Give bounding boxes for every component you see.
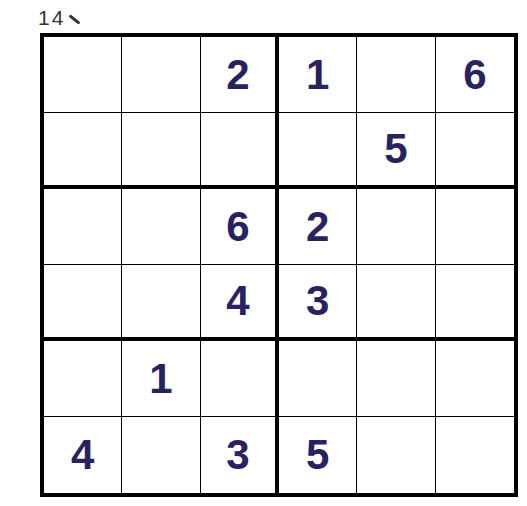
cell-r4c2[interactable] — [122, 265, 200, 341]
cell-r2c3[interactable] — [201, 113, 279, 189]
cell-r1c6[interactable]: 6 — [436, 37, 514, 113]
cell-r3c6[interactable] — [436, 189, 514, 265]
sudoku-board: 216562431435 — [40, 33, 518, 497]
cell-r4c3[interactable]: 4 — [201, 265, 279, 341]
cell-r6c5[interactable] — [357, 417, 435, 493]
cell-r4c5[interactable] — [357, 265, 435, 341]
given-number: 5 — [306, 434, 329, 476]
given-number: 3 — [226, 434, 249, 476]
cell-r6c2[interactable] — [122, 417, 200, 493]
cell-r5c1[interactable] — [44, 341, 122, 417]
cell-r6c4[interactable]: 5 — [279, 417, 357, 493]
cell-r1c4[interactable]: 1 — [279, 37, 357, 113]
cell-r1c1[interactable] — [44, 37, 122, 113]
cell-r5c5[interactable] — [357, 341, 435, 417]
puzzle-number-label: 14 — [38, 5, 81, 31]
cell-r4c4[interactable]: 3 — [279, 265, 357, 341]
puzzle-number-text: 14 — [38, 6, 65, 30]
cell-r2c6[interactable] — [436, 113, 514, 189]
cell-r6c6[interactable] — [436, 417, 514, 493]
cell-r5c4[interactable] — [279, 341, 357, 417]
cell-r3c4[interactable]: 2 — [279, 189, 357, 265]
given-number: 3 — [306, 280, 329, 322]
puzzle-page: 14 216562431435 — [0, 0, 527, 506]
cell-r1c5[interactable] — [357, 37, 435, 113]
given-number: 4 — [226, 280, 249, 322]
cell-r2c4[interactable] — [279, 113, 357, 189]
cell-r5c3[interactable] — [201, 341, 279, 417]
cell-r5c2[interactable]: 1 — [122, 341, 200, 417]
cell-r4c1[interactable] — [44, 265, 122, 341]
cell-r1c3[interactable]: 2 — [201, 37, 279, 113]
ideographic-comma-mark — [69, 14, 81, 24]
cell-r6c3[interactable]: 3 — [201, 417, 279, 493]
cell-r6c1[interactable]: 4 — [44, 417, 122, 493]
given-number: 1 — [149, 358, 172, 400]
given-number: 6 — [463, 54, 486, 96]
given-number: 2 — [226, 54, 249, 96]
cell-r5c6[interactable] — [436, 341, 514, 417]
given-number: 2 — [306, 206, 329, 248]
given-number: 4 — [71, 434, 94, 476]
cell-r3c1[interactable] — [44, 189, 122, 265]
cell-r2c1[interactable] — [44, 113, 122, 189]
given-number: 5 — [384, 128, 407, 170]
cell-r2c5[interactable]: 5 — [357, 113, 435, 189]
cell-r2c2[interactable] — [122, 113, 200, 189]
given-number: 1 — [306, 54, 329, 96]
cell-r3c3[interactable]: 6 — [201, 189, 279, 265]
cell-r4c6[interactable] — [436, 265, 514, 341]
cell-r3c2[interactable] — [122, 189, 200, 265]
given-number: 6 — [226, 206, 249, 248]
cell-r3c5[interactable] — [357, 189, 435, 265]
cell-r1c2[interactable] — [122, 37, 200, 113]
